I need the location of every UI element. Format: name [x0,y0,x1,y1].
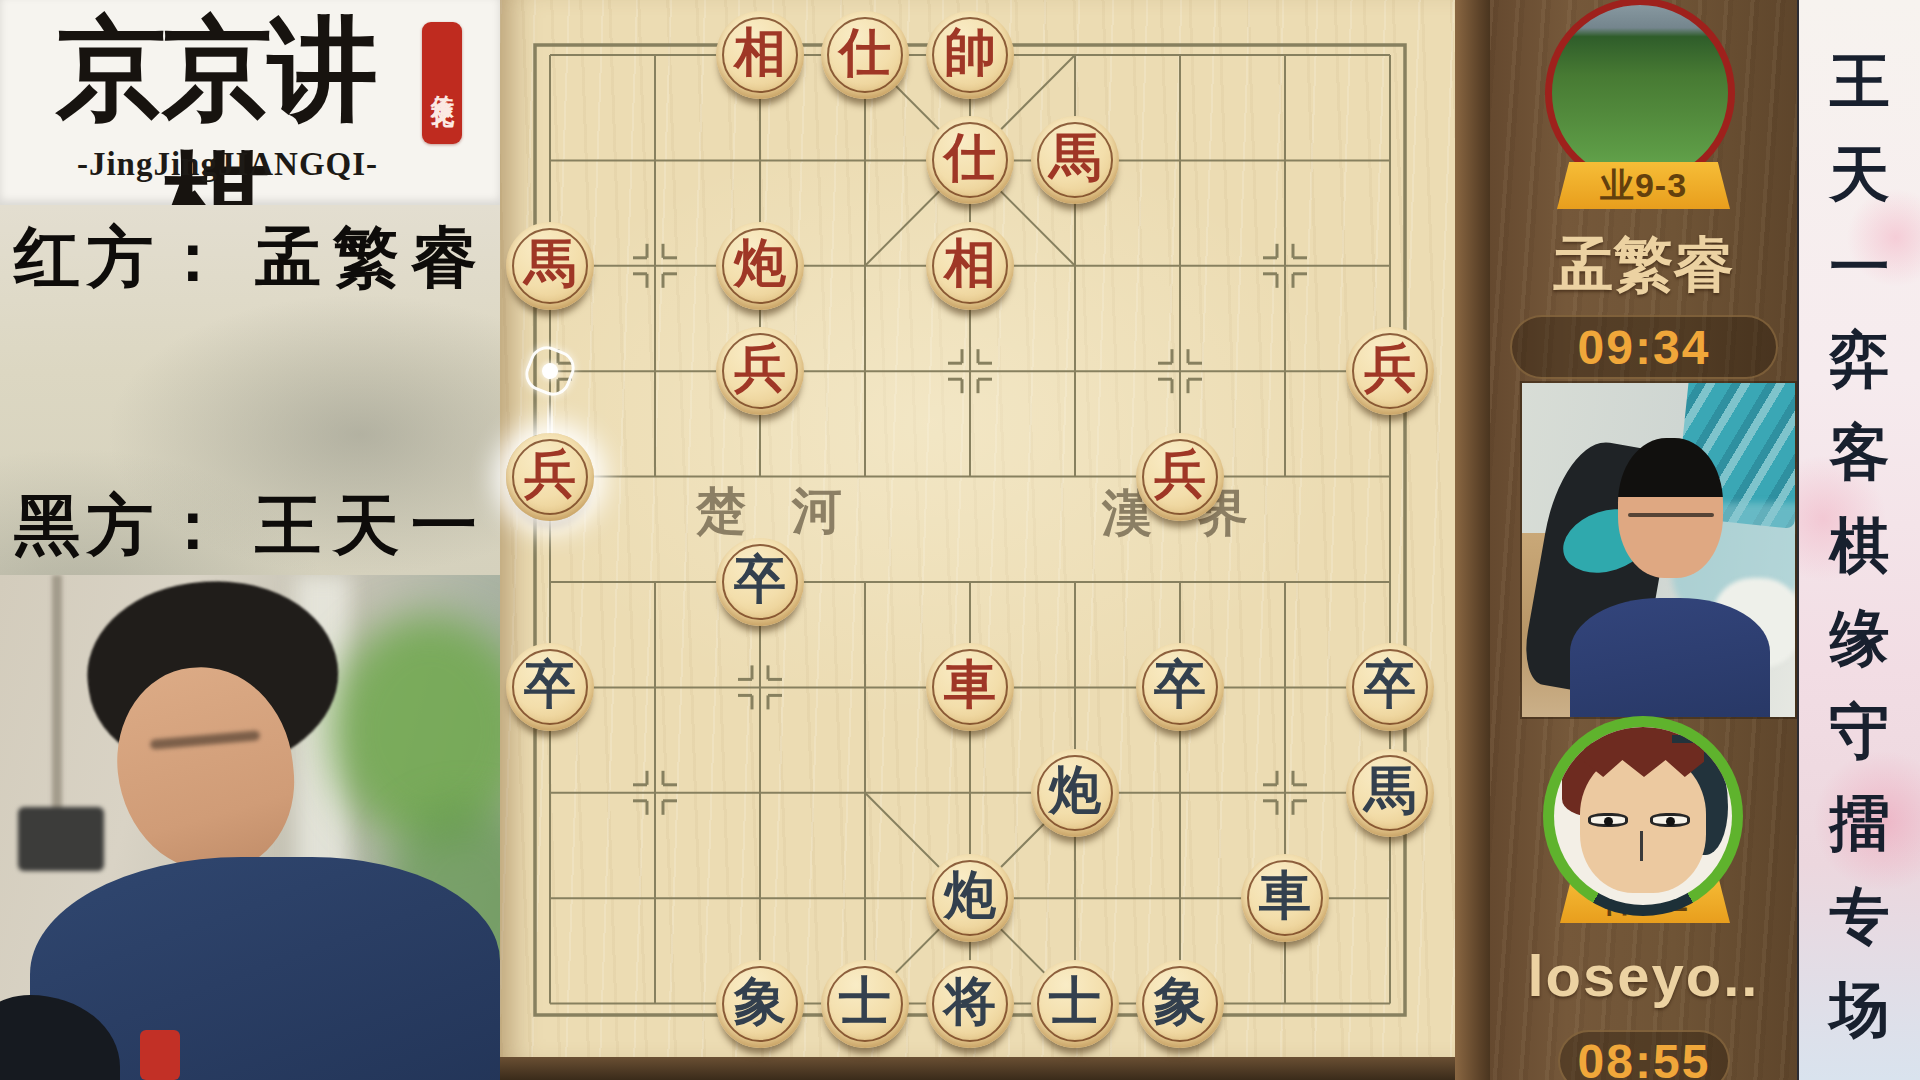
xiangqi-board-area: 楚河 漢界 相仕帥仕馬馬炮相兵兵兵兵車卒卒卒卒炮馬炮車象士将士象 [500,0,1490,1080]
piece-red-chariot[interactable]: 車 [926,643,1014,731]
piece-black-elephant[interactable]: 象 [1136,960,1224,1048]
channel-logo-romanized: -JingJingJIANGQI- [0,146,455,183]
player-photo [0,575,500,1080]
cartoon-eye-left [1588,813,1628,827]
piece-black-cannon[interactable]: 炮 [926,854,1014,942]
banner-char: 场 [1830,980,1890,1040]
top-player-rank-badge: 业9-3 [1557,162,1730,209]
board-frame-bottom-edge [500,1057,1455,1080]
black-side-label: 黑方： [14,489,233,562]
banner-char: 缘 [1830,609,1890,669]
piece-red-pawn[interactable]: 兵 [716,327,804,415]
cartoon-nose [1640,831,1643,861]
stream-screen: 京京讲棋 -JingJingJIANGQI- 传承文化 红方：孟繁睿 黑方：王天… [0,0,1920,1080]
piece-black-advisor[interactable]: 士 [1031,960,1119,1048]
piece-red-horse[interactable]: 馬 [1031,116,1119,204]
piece-black-elephant[interactable]: 象 [716,960,804,1048]
piece-red-cannon[interactable]: 炮 [716,222,804,310]
banner-char: 弈 [1830,330,1890,390]
banner-char: 王 [1830,52,1890,112]
piece-black-pawn[interactable]: 卒 [716,538,804,626]
event-banner-text: 王天一弈客棋缘守擂专场 [1799,0,1920,1080]
bottom-player-clock: 08:55 [1558,1030,1730,1080]
top-player-clock: 09:34 [1510,315,1778,379]
streamer-head [1618,438,1723,578]
streamer-webcam [1522,383,1795,717]
streamer-body [1570,598,1770,717]
red-seal-stamp: 传承文化 [422,22,462,144]
black-player-name: 王天一 [255,489,489,562]
bottom-player-avatar [1543,716,1743,916]
speaker-box [18,807,104,871]
piece-red-elephant[interactable]: 相 [926,222,1014,310]
red-object [140,1030,180,1080]
board-frame-right-bevel [1455,0,1490,1080]
board-grid[interactable]: 楚河 漢界 相仕帥仕馬馬炮相兵兵兵兵車卒卒卒卒炮馬炮車象士将士象 [550,55,1390,1005]
piece-black-chariot[interactable]: 車 [1241,854,1329,942]
logo-block: 京京讲棋 -JingJingJIANGQI- 传承文化 [0,0,500,205]
piece-black-pawn[interactable]: 卒 [1136,643,1224,731]
piece-black-cannon[interactable]: 炮 [1031,749,1119,837]
banner-char: 天 [1830,145,1890,205]
piece-red-horse[interactable]: 馬 [506,222,594,310]
piece-red-pawn[interactable]: 兵 [1136,433,1224,521]
bottom-player-name: loseyo.. [1490,942,1797,1009]
river-text-left: 楚河 [696,478,888,545]
piece-black-horse[interactable]: 馬 [1346,749,1434,837]
red-side-label: 红方： [14,221,233,294]
match-sidebar: 业9-3 孟繁睿 09:34 神1-1 lo [1490,0,1797,1080]
event-banner: 王天一弈客棋缘守擂专场 [1797,0,1920,1080]
banner-char: 专 [1830,887,1890,947]
piece-red-elephant[interactable]: 相 [716,11,804,99]
cartoon-fringe [1584,743,1704,777]
piece-black-pawn[interactable]: 卒 [1346,643,1434,731]
piece-red-advisor[interactable]: 仕 [926,116,1014,204]
banner-char: 擂 [1830,794,1890,854]
red-player-name: 孟繁睿 [255,221,489,294]
top-player-name: 孟繁睿 [1490,225,1797,306]
piece-red-pawn[interactable]: 兵 [506,433,594,521]
banner-char: 棋 [1830,516,1890,576]
piece-red-advisor[interactable]: 仕 [821,11,909,99]
piece-red-king[interactable]: 帥 [926,11,1014,99]
black-side-line: 黑方：王天一 [14,481,489,571]
banner-char: 客 [1830,423,1890,483]
streamer-glasses [1628,513,1714,517]
left-info-panel: 京京讲棋 -JingJingJIANGQI- 传承文化 红方：孟繁睿 黑方：王天… [0,0,500,1080]
piece-black-advisor[interactable]: 士 [821,960,909,1048]
red-side-line: 红方：孟繁睿 [14,213,489,303]
wall-detail [52,575,62,835]
piece-black-pawn[interactable]: 卒 [506,643,594,731]
top-player-avatar [1545,0,1735,188]
cartoon-eye-right [1650,813,1690,827]
piece-red-pawn[interactable]: 兵 [1346,327,1434,415]
banner-char: 守 [1830,702,1890,762]
banner-char: 一 [1830,238,1890,298]
players-intro-block: 红方：孟繁睿 黑方：王天一 [0,205,500,575]
piece-black-king[interactable]: 将 [926,960,1014,1048]
cartoon-avatar [1554,727,1732,905]
